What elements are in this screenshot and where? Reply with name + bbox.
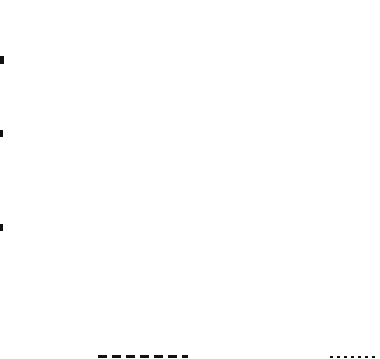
chess-board — [0, 0, 380, 359]
print-artifact — [98, 355, 188, 358]
chess-diagram — [0, 0, 380, 359]
print-artifact — [330, 356, 378, 358]
print-artifact — [0, 56, 4, 64]
print-artifact — [0, 224, 3, 231]
print-artifact — [0, 130, 3, 137]
